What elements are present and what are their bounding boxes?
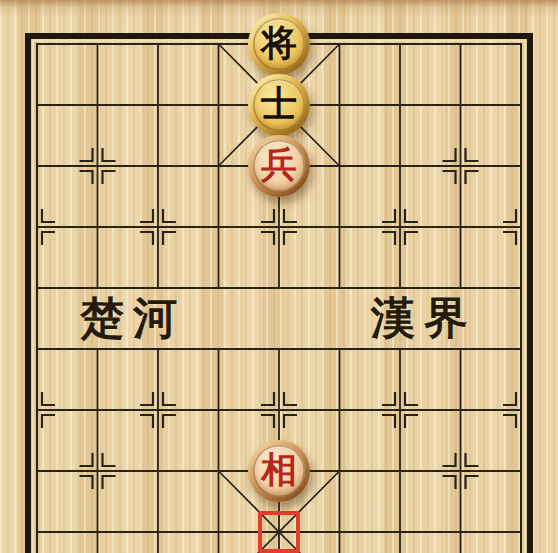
piece-character: 将 — [261, 25, 297, 63]
piece-character: 士 — [261, 86, 297, 124]
piece-red-elephant[interactable]: 相 — [248, 440, 310, 502]
piece-face: 兵 — [253, 140, 305, 192]
piece-black-advisor[interactable]: 士 — [248, 74, 310, 136]
xiangqi-board-screen: 楚河 漢界 将士兵相 — [0, 0, 558, 553]
piece-face: 相 — [253, 445, 305, 497]
river-label-chu-he: 楚河 — [80, 289, 186, 348]
piece-black-general[interactable]: 将 — [248, 13, 310, 75]
river-label-han-jie: 漢界 — [371, 289, 477, 348]
piece-face: 士 — [253, 79, 305, 131]
piece-character: 兵 — [261, 147, 297, 185]
piece-red-soldier[interactable]: 兵 — [248, 135, 310, 197]
piece-face: 将 — [253, 18, 305, 70]
piece-character: 相 — [261, 452, 297, 490]
highlight-square[interactable] — [258, 511, 300, 553]
